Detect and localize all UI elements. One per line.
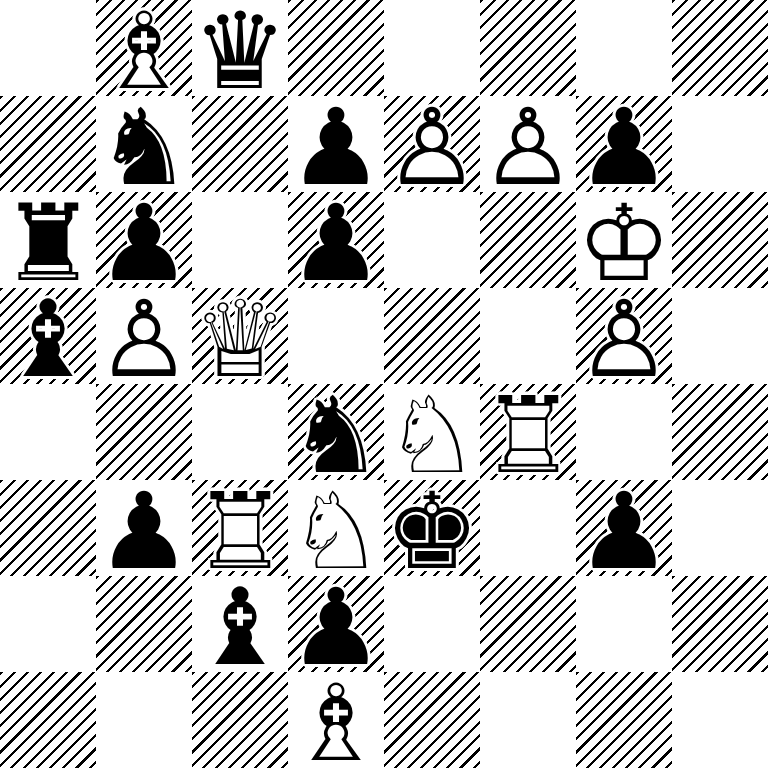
- square-d7[interactable]: ♟♟: [288, 96, 384, 192]
- white-king-halo: ♚: [576, 196, 671, 292]
- white-king-icon: ♔: [576, 196, 671, 292]
- black-pawn-halo: ♟: [96, 484, 191, 580]
- square-c1[interactable]: [192, 672, 288, 768]
- square-g6[interactable]: ♚♔: [576, 192, 672, 288]
- black-pawn-icon: ♟: [96, 484, 191, 580]
- square-d1[interactable]: ♝♗: [288, 672, 384, 768]
- square-f4[interactable]: ♜♖: [480, 384, 576, 480]
- white-pawn-halo: ♟: [96, 292, 191, 388]
- square-d2[interactable]: ♟♟: [288, 576, 384, 672]
- black-pawn-icon: ♟: [576, 100, 671, 196]
- square-b6[interactable]: ♟♟: [96, 192, 192, 288]
- square-b4[interactable]: [96, 384, 192, 480]
- square-d6[interactable]: ♟♟: [288, 192, 384, 288]
- square-h3[interactable]: [672, 480, 768, 576]
- square-e1[interactable]: [384, 672, 480, 768]
- white-queen-halo: ♛: [192, 292, 287, 388]
- black-knight-icon: ♞: [96, 100, 191, 196]
- black-knight-icon: ♞: [288, 388, 383, 484]
- black-rook-halo: ♜: [0, 196, 95, 292]
- black-queen-halo: ♛: [192, 4, 287, 100]
- square-f1[interactable]: [480, 672, 576, 768]
- square-c6[interactable]: [192, 192, 288, 288]
- white-rook-halo: ♜: [192, 484, 287, 580]
- square-a5[interactable]: ♝♝: [0, 288, 96, 384]
- black-bishop-halo: ♝: [192, 580, 287, 676]
- square-b2[interactable]: [96, 576, 192, 672]
- black-pawn-halo: ♟: [576, 484, 671, 580]
- white-rook-icon: ♖: [192, 484, 287, 580]
- square-e5[interactable]: [384, 288, 480, 384]
- white-queen-icon: ♕: [192, 292, 287, 388]
- black-rook-icon: ♜: [0, 196, 95, 292]
- black-bishop-icon: ♝: [0, 292, 95, 388]
- black-queen-icon: ♛: [192, 4, 287, 100]
- square-b1[interactable]: [96, 672, 192, 768]
- black-pawn-icon: ♟: [288, 196, 383, 292]
- square-c3[interactable]: ♜♖: [192, 480, 288, 576]
- square-a2[interactable]: [0, 576, 96, 672]
- white-pawn-icon: ♙: [480, 100, 575, 196]
- square-f5[interactable]: [480, 288, 576, 384]
- white-pawn-halo: ♟: [384, 100, 479, 196]
- black-pawn-halo: ♟: [288, 196, 383, 292]
- square-f8[interactable]: [480, 0, 576, 96]
- square-h1[interactable]: [672, 672, 768, 768]
- square-f2[interactable]: [480, 576, 576, 672]
- square-c5[interactable]: ♛♕: [192, 288, 288, 384]
- white-bishop-halo: ♝: [288, 676, 383, 768]
- white-bishop-icon: ♗: [288, 676, 383, 768]
- square-e8[interactable]: [384, 0, 480, 96]
- square-f7[interactable]: ♟♙: [480, 96, 576, 192]
- black-pawn-halo: ♟: [288, 580, 383, 676]
- square-d5[interactable]: [288, 288, 384, 384]
- square-h5[interactable]: [672, 288, 768, 384]
- square-c8[interactable]: ♛♛: [192, 0, 288, 96]
- square-e3[interactable]: ♚♚: [384, 480, 480, 576]
- square-e6[interactable]: [384, 192, 480, 288]
- square-a3[interactable]: [0, 480, 96, 576]
- white-pawn-icon: ♙: [576, 292, 671, 388]
- square-d8[interactable]: [288, 0, 384, 96]
- black-king-halo: ♚: [384, 484, 479, 580]
- square-b7[interactable]: ♞♞: [96, 96, 192, 192]
- white-rook-icon: ♖: [480, 388, 575, 484]
- square-e7[interactable]: ♟♙: [384, 96, 480, 192]
- white-knight-halo: ♞: [384, 388, 479, 484]
- black-pawn-icon: ♟: [288, 100, 383, 196]
- square-c7[interactable]: [192, 96, 288, 192]
- square-g1[interactable]: [576, 672, 672, 768]
- square-a8[interactable]: [0, 0, 96, 96]
- square-b8[interactable]: ♝♗: [96, 0, 192, 96]
- white-knight-icon: ♘: [288, 484, 383, 580]
- chess-board: ♝♗♛♛♞♞♟♟♟♙♟♙♟♟♜♜♟♟♟♟♚♔♝♝♟♙♛♕♟♙♞♞♞♘♜♖♟♟♜♖…: [0, 0, 768, 768]
- black-knight-halo: ♞: [288, 388, 383, 484]
- white-rook-halo: ♜: [480, 388, 575, 484]
- square-g5[interactable]: ♟♙: [576, 288, 672, 384]
- square-g2[interactable]: [576, 576, 672, 672]
- square-h4[interactable]: [672, 384, 768, 480]
- black-knight-halo: ♞: [96, 100, 191, 196]
- square-h6[interactable]: [672, 192, 768, 288]
- square-h2[interactable]: [672, 576, 768, 672]
- black-pawn-icon: ♟: [96, 196, 191, 292]
- black-bishop-halo: ♝: [0, 292, 95, 388]
- white-bishop-halo: ♝: [96, 4, 191, 100]
- square-d4[interactable]: ♞♞: [288, 384, 384, 480]
- white-pawn-icon: ♙: [96, 292, 191, 388]
- square-c4[interactable]: [192, 384, 288, 480]
- square-h7[interactable]: [672, 96, 768, 192]
- black-king-icon: ♚: [384, 484, 479, 580]
- black-pawn-halo: ♟: [96, 196, 191, 292]
- black-pawn-icon: ♟: [576, 484, 671, 580]
- black-bishop-icon: ♝: [192, 580, 287, 676]
- square-c2[interactable]: ♝♝: [192, 576, 288, 672]
- square-b5[interactable]: ♟♙: [96, 288, 192, 384]
- square-f3[interactable]: [480, 480, 576, 576]
- black-pawn-halo: ♟: [576, 100, 671, 196]
- square-e2[interactable]: [384, 576, 480, 672]
- square-h8[interactable]: [672, 0, 768, 96]
- white-bishop-icon: ♗: [96, 4, 191, 100]
- square-g7[interactable]: ♟♟: [576, 96, 672, 192]
- white-pawn-halo: ♟: [576, 292, 671, 388]
- square-g3[interactable]: ♟♟: [576, 480, 672, 576]
- square-a6[interactable]: ♜♜: [0, 192, 96, 288]
- square-a7[interactable]: [0, 96, 96, 192]
- black-pawn-icon: ♟: [288, 580, 383, 676]
- white-pawn-halo: ♟: [480, 100, 575, 196]
- square-e4[interactable]: ♞♘: [384, 384, 480, 480]
- black-pawn-halo: ♟: [288, 100, 383, 196]
- square-g8[interactable]: [576, 0, 672, 96]
- white-pawn-icon: ♙: [384, 100, 479, 196]
- square-b3[interactable]: ♟♟: [96, 480, 192, 576]
- square-d3[interactable]: ♞♘: [288, 480, 384, 576]
- white-knight-halo: ♞: [288, 484, 383, 580]
- square-a4[interactable]: [0, 384, 96, 480]
- square-f6[interactable]: [480, 192, 576, 288]
- square-a1[interactable]: [0, 672, 96, 768]
- white-knight-icon: ♘: [384, 388, 479, 484]
- square-g4[interactable]: [576, 384, 672, 480]
